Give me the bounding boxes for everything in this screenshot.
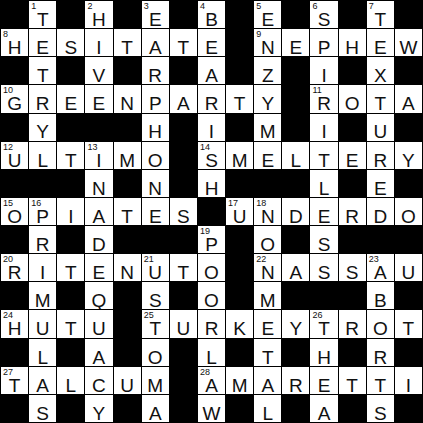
crossword-cell[interactable]: T [170,254,197,281]
crossword-cell[interactable]: L [254,395,281,422]
crossword-block-cell [114,339,141,366]
crossword-cell[interactable]: I [310,114,337,141]
crossword-cell[interactable]: L [29,142,56,169]
crossword-block-cell [114,226,141,253]
cell-letter: A [318,406,331,422]
cell-letter: P [149,96,162,112]
crossword-cell[interactable]: L [310,170,337,197]
cell-letter: Q [92,293,107,309]
crossword-cell[interactable]: E [254,142,281,169]
cell-letter: I [68,209,73,225]
cell-letter: A [93,209,106,225]
crossword-cell[interactable]: R [142,57,169,84]
cell-letter: R [345,321,359,337]
crossword-block-cell [1,57,28,84]
cell-letter: R [373,153,387,169]
crossword-cell[interactable]: C [85,367,112,394]
cell-letter: T [346,378,358,394]
cell-letter: T [178,40,190,56]
cell-letter: O [148,153,163,169]
crossword-cell[interactable]: N [114,254,141,281]
crossword-cell[interactable]: L [57,367,84,394]
crossword-cell[interactable]: S [142,282,169,309]
crossword-cell[interactable]: 21U [142,254,169,281]
crossword-block-cell [226,57,253,84]
crossword-cell[interactable]: S [339,254,366,281]
crossword-cell[interactable]: A [142,29,169,56]
crossword-cell[interactable]: T [170,29,197,56]
crossword-cell[interactable]: 15O [1,198,28,225]
crossword-block-cell [170,1,197,28]
crossword-cell[interactable]: D [367,198,394,225]
cell-letter: W [399,40,417,56]
crossword-block-cell [395,170,422,197]
cell-letter: A [149,40,162,56]
cell-letter: E [261,12,274,28]
crossword-block-cell [339,114,366,141]
crossword-cell[interactable]: I [310,57,337,84]
crossword-cell[interactable]: E [367,29,394,56]
crossword-block-cell [339,1,366,28]
crossword-cell[interactable]: A [310,395,337,422]
crossword-cell[interactable]: 17U [226,198,253,225]
crossword-cell[interactable]: I [29,254,56,281]
cell-letter: S [318,265,331,281]
cell-letter: B [374,293,387,309]
crossword-cell[interactable]: D [282,198,309,225]
crossword-cell[interactable]: T [310,142,337,169]
crossword-cell[interactable]: P [142,85,169,112]
crossword-block-cell [1,170,28,197]
clue-number: 24 [3,311,13,320]
crossword-cell[interactable]: 12U [1,142,28,169]
crossword-cell[interactable]: O [142,142,169,169]
crossword-block-cell [395,1,422,28]
crossword-cell[interactable]: L [29,339,56,366]
crossword-block-cell [395,226,422,253]
cell-letter: P [318,40,331,56]
crossword-cell[interactable]: E [85,85,112,112]
crossword-cell[interactable]: E [310,198,337,225]
crossword-cell[interactable]: I [85,29,112,56]
crossword-cell[interactable]: 8H [1,29,28,56]
crossword-cell[interactable]: E [85,254,112,281]
clue-number: 27 [3,368,13,377]
crossword-cell[interactable]: S [170,198,197,225]
crossword-cell[interactable]: T [57,142,84,169]
cell-letter: H [148,124,162,140]
cell-letter: I [40,265,45,281]
crossword-cell[interactable]: T [226,85,253,112]
crossword-block-cell [170,395,197,422]
cell-letter: E [290,40,303,56]
crossword-cell[interactable]: N [142,170,169,197]
clue-number: 17 [228,199,238,208]
crossword-cell[interactable]: E [367,170,394,197]
clue-number: 2 [87,2,92,11]
crossword-block-cell [282,114,309,141]
crossword-cell[interactable]: I [395,367,422,394]
crossword-cell[interactable]: 6S [310,1,337,28]
crossword-block-cell [170,57,197,84]
crossword-cell[interactable]: E [339,142,366,169]
crossword-cell[interactable]: N [85,170,112,197]
crossword-cell[interactable]: E [198,29,225,56]
crossword-block-cell [339,395,366,422]
crossword-block-cell [170,226,197,253]
cell-letter: T [318,153,330,169]
crossword-cell[interactable]: K [226,310,253,337]
crossword-block-cell [1,226,28,253]
crossword-cell[interactable]: 4B [198,1,225,28]
crossword-cell[interactable]: I [198,114,225,141]
crossword-block-cell [170,142,197,169]
cell-letter: E [149,12,162,28]
crossword-cell[interactable]: E [142,198,169,225]
crossword-block-cell [114,57,141,84]
crossword-cell[interactable]: 26T [310,310,337,337]
cell-letter: S [374,406,387,422]
cell-letter: E [64,96,77,112]
cell-letter: T [9,378,21,394]
cell-letter: E [149,209,162,225]
crossword-cell[interactable]: U [29,310,56,337]
crossword-cell[interactable]: 18N [254,198,281,225]
crossword-cell[interactable]: A [282,254,309,281]
cell-letter: G [7,96,22,112]
cell-letter: Y [290,321,303,337]
crossword-cell[interactable]: Q [85,282,112,309]
crossword-cell[interactable]: M [29,282,56,309]
cell-letter: T [65,265,77,281]
crossword-block-cell [395,339,422,366]
crossword-cell[interactable]: A [170,85,197,112]
cell-letter: O [260,237,275,253]
cell-letter: T [65,321,77,337]
cell-letter: T [318,321,330,337]
cell-letter: C [92,378,106,394]
crossword-cell[interactable]: 1T [29,1,56,28]
cell-letter: S [64,40,77,56]
cell-letter: U [8,153,22,169]
crossword-cell[interactable]: O [254,226,281,253]
crossword-cell[interactable]: Y [282,310,309,337]
crossword-block-cell [57,282,84,309]
crossword-cell[interactable]: Z [254,57,281,84]
crossword-cell[interactable]: O [142,339,169,366]
cell-letter: S [346,265,359,281]
cell-letter: L [206,350,217,366]
crossword-block-cell [57,226,84,253]
crossword-block-cell [282,85,309,112]
crossword-cell[interactable]: T [57,254,84,281]
cell-letter: S [36,406,49,422]
cell-letter: N [261,209,275,225]
crossword-cell[interactable]: M [226,142,253,169]
cell-letter: E [261,153,274,169]
cell-letter: M [147,378,163,394]
crossword-cell[interactable]: H [198,170,225,197]
cell-letter: I [321,68,326,84]
crossword-cell[interactable]: A [395,85,422,112]
cell-letter: T [121,40,133,56]
crossword-cell[interactable]: L [198,339,225,366]
crossword-cell[interactable]: 7T [367,1,394,28]
crossword-block-cell [310,282,337,309]
crossword-cell[interactable]: A [85,198,112,225]
crossword-block-cell [226,282,253,309]
cell-letter: H [345,40,359,56]
crossword-cell[interactable]: T [367,367,394,394]
crossword-cell[interactable]: O [339,85,366,112]
crossword-block-cell [254,170,281,197]
crossword-cell[interactable]: O [198,282,225,309]
crossword-cell[interactable]: R [282,367,309,394]
cell-letter: M [232,378,248,394]
crossword-cell[interactable]: 22N [254,254,281,281]
cell-letter: T [374,378,386,394]
crossword-cell[interactable]: M [142,367,169,394]
crossword-cell[interactable]: A [198,57,225,84]
crossword-block-cell [395,395,422,422]
cell-letter: L [37,153,48,169]
cell-letter: U [120,378,134,394]
cell-letter: L [37,350,48,366]
cell-letter: T [262,350,274,366]
crossword-cell[interactable]: A [29,367,56,394]
crossword-cell[interactable]: P [310,29,337,56]
crossword-cell[interactable]: S [57,29,84,56]
crossword-cell[interactable]: 9N [254,29,281,56]
crossword-cell[interactable]: M [226,367,253,394]
cell-letter: H [317,350,331,366]
crossword-cell[interactable]: E [310,367,337,394]
crossword-block-cell [339,170,366,197]
cell-letter: T [149,321,161,337]
crossword-cell[interactable]: 13I [85,142,112,169]
clue-number: 18 [256,199,266,208]
crossword-cell[interactable]: U [367,114,394,141]
crossword-cell[interactable]: 25T [142,310,169,337]
cell-letter: P [205,237,218,253]
crossword-cell[interactable]: 2H [85,1,112,28]
cell-letter: E [318,378,331,394]
crossword-cell[interactable]: T [57,310,84,337]
crossword-cell[interactable]: X [367,57,394,84]
cell-letter: A [261,378,274,394]
crossword-block-cell [339,57,366,84]
crossword-block-cell [142,226,169,253]
cell-letter: W [203,406,221,422]
crossword-block-cell [282,170,309,197]
crossword-block-cell [1,339,28,366]
crossword-cell[interactable]: O [367,310,394,337]
cell-letter: H [8,40,22,56]
crossword-cell[interactable]: T [114,29,141,56]
crossword-block-cell [114,114,141,141]
crossword-cell[interactable]: T [395,310,422,337]
crossword-block-cell [282,57,309,84]
cell-letter: V [93,68,106,84]
cell-letter: T [37,68,49,84]
crossword-block-cell [282,226,309,253]
crossword-cell[interactable]: S [310,226,337,253]
cell-letter: L [262,406,273,422]
crossword-cell[interactable]: 19P [198,226,225,253]
crossword-cell[interactable]: A [142,395,169,422]
crossword-cell[interactable]: T [367,85,394,112]
cell-letter: T [178,265,190,281]
crossword-cell[interactable]: E [57,85,84,112]
clue-number: 10 [3,86,13,95]
cell-letter: U [176,321,190,337]
crossword-cell[interactable]: L [282,142,309,169]
crossword-cell[interactable]: V [85,57,112,84]
crossword-cell[interactable]: U [395,254,422,281]
cell-letter: O [7,209,22,225]
crossword-cell[interactable]: 27T [1,367,28,394]
crossword-cell[interactable]: U [170,310,197,337]
cell-letter: N [120,265,134,281]
crossword-cell[interactable]: H [339,29,366,56]
cell-letter: O [204,293,219,309]
crossword-cell[interactable]: H [310,339,337,366]
crossword-cell[interactable]: U [114,367,141,394]
crossword-cell[interactable]: E [282,29,309,56]
crossword-cell[interactable]: B [367,282,394,309]
crossword-cell[interactable]: R [367,142,394,169]
cell-letter: Z [262,68,274,84]
clue-number: 7 [369,2,374,11]
crossword-block-cell [395,57,422,84]
crossword-cell[interactable]: M [114,142,141,169]
crossword-block-cell [339,226,366,253]
crossword-cell[interactable]: R [29,85,56,112]
clue-number: 25 [144,311,154,320]
crossword-cell[interactable]: T [29,57,56,84]
crossword-cell[interactable]: W [395,29,422,56]
cell-letter: U [402,265,416,281]
crossword-cell[interactable]: R [29,226,56,253]
crossword-block-cell [170,367,197,394]
crossword-cell[interactable]: M [254,282,281,309]
cell-letter: T [234,96,246,112]
crossword-cell[interactable]: T [254,339,281,366]
crossword-cell[interactable]: 5E [254,1,281,28]
crossword-cell[interactable]: E [254,310,281,337]
crossword-block-cell [395,282,422,309]
cell-letter: O [204,265,219,281]
cell-letter: A [402,96,415,112]
crossword-cell[interactable]: R [198,310,225,337]
crossword-cell[interactable]: A [85,339,112,366]
cell-letter: R [205,96,219,112]
crossword-cell[interactable]: E [29,29,56,56]
cell-letter: L [66,378,77,394]
crossword-cell[interactable]: O [395,198,422,225]
clue-number: 9 [256,30,261,39]
crossword-cell[interactable]: H [142,114,169,141]
crossword-block-cell [57,57,84,84]
cell-letter: R [36,96,50,112]
crossword-cell[interactable]: I [57,198,84,225]
cell-letter: E [261,321,274,337]
cell-letter: M [35,293,51,309]
crossword-cell[interactable]: O [198,254,225,281]
crossword-cell[interactable]: S [29,395,56,422]
crossword-cell[interactable]: A [254,367,281,394]
crossword-cell[interactable]: 20R [1,254,28,281]
cell-letter: N [148,181,162,197]
crossword-block-cell [282,395,309,422]
clue-number: 26 [312,311,322,320]
cell-letter: U [148,265,162,281]
crossword-cell[interactable]: N [114,85,141,112]
crossword-cell[interactable]: S [310,254,337,281]
crossword-cell[interactable]: Y [85,395,112,422]
crossword-block-cell [226,226,253,253]
crossword-cell[interactable]: Y [395,142,422,169]
cell-letter: S [318,237,331,253]
cell-letter: A [36,378,49,394]
clue-number: 14 [200,143,210,152]
crossword-block-cell [1,282,28,309]
crossword-cell[interactable]: 23A [367,254,394,281]
cell-letter: I [96,153,101,169]
crossword-cell[interactable]: R [367,339,394,366]
crossword-cell[interactable]: T [339,367,366,394]
crossword-cell[interactable]: T [114,198,141,225]
crossword-cell[interactable]: 14S [198,142,225,169]
crossword-cell[interactable]: 24H [1,310,28,337]
crossword-block-cell [339,339,366,366]
crossword-cell[interactable]: D [85,226,112,253]
crossword-cell[interactable]: U [85,310,112,337]
crossword-cell[interactable]: 28A [198,367,225,394]
crossword-cell[interactable]: Y [29,114,56,141]
crossword-block-cell [282,282,309,309]
crossword-cell[interactable]: 10G [1,85,28,112]
crossword-cell[interactable]: 11R [310,85,337,112]
crossword-block-cell [226,254,253,281]
crossword-cell[interactable]: W [198,395,225,422]
clue-number: 20 [3,255,13,264]
cell-letter: D [289,209,303,225]
cell-letter: T [37,12,49,28]
crossword-cell[interactable]: 16P [29,198,56,225]
crossword-block-cell [1,114,28,141]
crossword-cell[interactable]: R [339,310,366,337]
cell-letter: E [374,40,387,56]
crossword-block-cell [114,170,141,197]
cell-letter: H [8,321,22,337]
cell-letter: U [92,321,106,337]
crossword-cell[interactable]: Y [254,85,281,112]
crossword-block-cell [170,114,197,141]
crossword-cell[interactable]: M [254,114,281,141]
cell-letter: E [93,96,106,112]
crossword-block-cell [339,282,366,309]
crossword-block-cell [226,339,253,366]
crossword-cell[interactable]: R [198,85,225,112]
crossword-block-cell [57,339,84,366]
cell-letter: U [36,321,50,337]
crossword-cell[interactable]: 3E [142,1,169,28]
cell-letter: Y [36,124,49,140]
crossword-cell[interactable]: S [367,395,394,422]
crossword-cell[interactable]: R [339,198,366,225]
cell-letter: N [261,40,275,56]
